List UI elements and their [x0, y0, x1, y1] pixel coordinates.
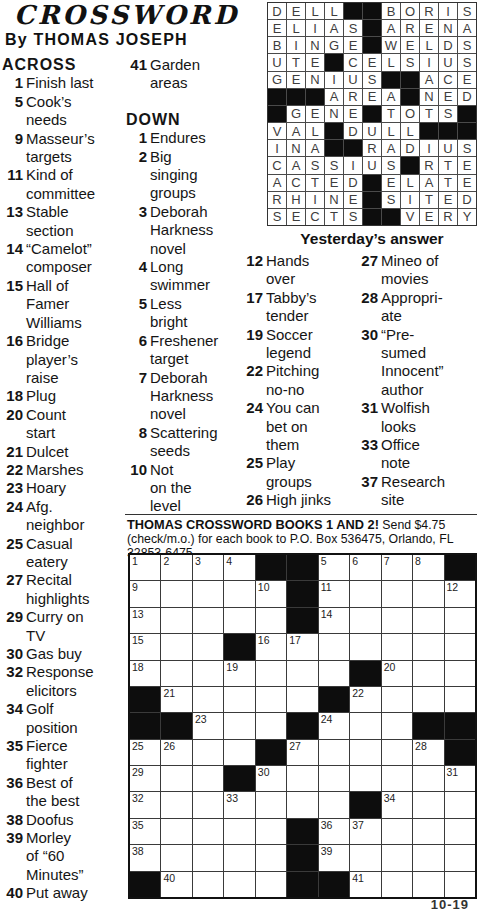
puzzle-cell[interactable]: [256, 819, 286, 844]
clue-across-34: 34Golf position: [2, 700, 124, 737]
answer-cell: U: [344, 72, 362, 88]
puzzle-cell[interactable]: [256, 713, 286, 738]
puzzle-cell[interactable]: [445, 661, 475, 686]
puzzle-cell[interactable]: 9: [130, 581, 160, 606]
clue-text: Cook’s needs: [26, 93, 72, 130]
answer-cell: N: [306, 72, 324, 88]
clue-number-label: 25: [242, 454, 263, 472]
answer-cell: A: [420, 72, 438, 88]
answer-black-cell: [401, 72, 419, 88]
puzzle-cell[interactable]: [350, 845, 380, 870]
puzzle-cell[interactable]: [256, 792, 286, 817]
puzzle-cell[interactable]: [350, 608, 380, 633]
puzzle-cell[interactable]: [224, 740, 254, 765]
clue-text: Hands over: [266, 252, 309, 289]
clue-number: 9: [132, 581, 138, 593]
answer-cell: A: [420, 175, 438, 191]
puzzle-cell[interactable]: [350, 766, 380, 791]
puzzle-cell[interactable]: 1: [130, 555, 160, 580]
puzzle-black-cell: [224, 766, 254, 791]
puzzle-cell[interactable]: [224, 713, 254, 738]
puzzle-cell[interactable]: 25: [130, 740, 160, 765]
date-label: 10-19: [431, 897, 469, 912]
puzzle-black-cell: [287, 555, 317, 580]
answer-cell: T: [420, 106, 438, 122]
puzzle-cell[interactable]: [319, 766, 349, 791]
puzzle-cell[interactable]: [161, 581, 191, 606]
clue-number: 4: [226, 555, 232, 567]
puzzle-cell[interactable]: 8: [413, 555, 443, 580]
puzzle-cell[interactable]: 20: [382, 661, 412, 686]
answer-cell: E: [439, 89, 457, 105]
answer-cell: C: [287, 175, 305, 191]
puzzle-cell[interactable]: 37: [350, 819, 380, 844]
clue-number: 29: [132, 766, 144, 778]
puzzle-cell[interactable]: [319, 661, 349, 686]
puzzle-black-cell: [287, 713, 317, 738]
answer-cell: B: [382, 3, 400, 19]
answer-cell: A: [306, 140, 324, 156]
clue-number: 26: [163, 740, 175, 752]
clue-text: Soccer legend: [266, 326, 313, 363]
clue-number-label: 22: [2, 461, 23, 479]
puzzle-cell[interactable]: [319, 792, 349, 817]
puzzle-cell[interactable]: 21: [161, 687, 191, 712]
clue-number: 19: [226, 661, 238, 673]
puzzle-black-cell: [287, 608, 317, 633]
puzzle-cell[interactable]: [193, 608, 223, 633]
clue-number: 2: [163, 555, 169, 567]
answer-cell: I: [420, 54, 438, 70]
puzzle-cell[interactable]: [382, 845, 412, 870]
puzzle-black-cell: [224, 634, 254, 659]
puzzle-cell[interactable]: [445, 872, 475, 897]
clue-text: Endures: [150, 129, 206, 147]
puzzle-cell[interactable]: [161, 845, 191, 870]
clue-text: Golf position: [26, 700, 78, 737]
puzzle-cell[interactable]: 22: [350, 687, 380, 712]
clue-across-24: 24Afg. neighbor: [2, 498, 124, 535]
puzzle-cell[interactable]: 26: [161, 740, 191, 765]
puzzle-cell[interactable]: [193, 661, 223, 686]
clue-number-label: 1: [2, 74, 23, 92]
clue-number-label: 5: [2, 93, 23, 111]
puzzle-cell[interactable]: [382, 740, 412, 765]
clue-number: 24: [321, 713, 333, 725]
puzzle-cell[interactable]: [193, 740, 223, 765]
answer-cell: A: [458, 20, 476, 36]
puzzle-cell[interactable]: [193, 687, 223, 712]
puzzle-cell[interactable]: 2: [161, 555, 191, 580]
clue-text: Put away: [26, 884, 88, 902]
clue-text: Plug: [26, 387, 56, 405]
answer-cell: D: [401, 140, 419, 156]
clue-across-36: 36Best of the best: [2, 774, 124, 811]
puzzle-cell[interactable]: [193, 792, 223, 817]
puzzle-cell[interactable]: [224, 687, 254, 712]
puzzle-cell[interactable]: [224, 845, 254, 870]
puzzle-black-cell: [161, 713, 191, 738]
clue-text: Hall of Famer Williams: [26, 277, 82, 332]
clue-text: “Camelot” composer: [26, 240, 92, 277]
puzzle-cell[interactable]: 18: [130, 661, 160, 686]
answer-cell: R: [420, 3, 438, 19]
puzzle-cell[interactable]: 40: [161, 872, 191, 897]
answer-cell: N: [439, 20, 457, 36]
clue-number-label: 34: [2, 700, 23, 718]
puzzle-cell[interactable]: [256, 845, 286, 870]
puzzle-cell[interactable]: 19: [224, 661, 254, 686]
puzzle-cell[interactable]: 13: [130, 608, 160, 633]
across-header: ACROSS: [2, 56, 124, 74]
answer-cell: D: [458, 192, 476, 208]
answer-cell: S: [439, 106, 457, 122]
answer-cell: C: [268, 157, 286, 173]
puzzle-cell[interactable]: 14: [319, 608, 349, 633]
answer-cell: C: [306, 209, 324, 225]
clue-text: Dulcet: [26, 443, 69, 461]
answer-cell: G: [287, 106, 305, 122]
puzzle-cell[interactable]: [193, 819, 223, 844]
answer-cell: G: [325, 37, 343, 53]
puzzle-cell[interactable]: [445, 819, 475, 844]
clue-text: Office note: [381, 436, 420, 473]
answer-cell: S: [458, 37, 476, 53]
puzzle-cell[interactable]: [224, 819, 254, 844]
clue-down-7: 7Deborah Harkness novel: [126, 369, 240, 424]
puzzle-cell[interactable]: [287, 766, 317, 791]
puzzle-cell[interactable]: 23: [193, 713, 223, 738]
answer-black-cell: [439, 123, 457, 139]
clue-text: Finish last: [26, 74, 94, 92]
answer-cell: S: [382, 192, 400, 208]
answer-black-cell: [420, 123, 438, 139]
answer-cell: L: [287, 20, 305, 36]
puzzle-cell[interactable]: 5: [319, 555, 349, 580]
clue-down-17: 17Tabby’s tender: [242, 289, 355, 326]
puzzle-cell[interactable]: [193, 581, 223, 606]
puzzle-cell[interactable]: 24: [319, 713, 349, 738]
answer-cell: U: [363, 123, 381, 139]
answer-cell: I: [420, 140, 438, 156]
clue-number-label: 29: [2, 608, 23, 626]
puzzle-cell[interactable]: [224, 608, 254, 633]
clue-number-label: 31: [357, 399, 378, 417]
puzzle-cell[interactable]: [161, 634, 191, 659]
clue-text: Stable section: [26, 203, 74, 240]
clue-number: 21: [163, 687, 175, 699]
puzzle-cell[interactable]: [193, 766, 223, 791]
puzzle-cell[interactable]: [287, 661, 317, 686]
answer-black-cell: [287, 89, 305, 105]
puzzle-cell[interactable]: 36: [319, 819, 349, 844]
answer-cell: E: [401, 37, 419, 53]
clue-number: 17: [289, 634, 301, 646]
clue-number-label: 35: [2, 737, 23, 755]
clue-number: 3: [195, 555, 201, 567]
clue-down-5: 5Less bright: [126, 295, 240, 332]
answer-cell: E: [363, 54, 381, 70]
clue-down-30: 30“Pre- sumed Innocent” author: [357, 326, 477, 400]
puzzle-cell[interactable]: [382, 581, 412, 606]
clue-number-label: 8: [126, 424, 147, 442]
puzzle-cell[interactable]: [161, 661, 191, 686]
answer-cell: S: [458, 140, 476, 156]
puzzle-cell[interactable]: 7: [382, 555, 412, 580]
puzzle-cell[interactable]: [193, 845, 223, 870]
clue-text: Marshes: [26, 461, 84, 479]
answer-cell: A: [382, 20, 400, 36]
clue-number-label: 30: [2, 645, 23, 663]
puzzle-cell[interactable]: [413, 661, 443, 686]
answer-cell: E: [458, 72, 476, 88]
puzzle-cell[interactable]: [287, 687, 317, 712]
puzzle-cell[interactable]: 28: [413, 740, 443, 765]
puzzle-cell[interactable]: [161, 792, 191, 817]
puzzle-cell[interactable]: 10: [256, 581, 286, 606]
puzzle-cell[interactable]: [413, 766, 443, 791]
puzzle-cell[interactable]: [413, 819, 443, 844]
puzzle-cell[interactable]: 41: [350, 872, 380, 897]
answer-cell: I: [344, 157, 362, 173]
promo-books-title: THOMAS CROSSWORD BOOKS 1 AND 2!: [127, 517, 379, 532]
puzzle-cell[interactable]: 39: [319, 845, 349, 870]
answer-cell: I: [325, 72, 343, 88]
clue-number: 31: [447, 766, 459, 778]
puzzle-black-cell: [319, 872, 349, 897]
clue-number-label: 23: [2, 479, 23, 497]
clue-number-label: 24: [2, 498, 23, 516]
clue-text: Tabby’s tender: [266, 289, 317, 326]
promo-line-1: THOMAS CROSSWORD BOOKS 1 AND 2! Send $4.…: [127, 518, 477, 533]
puzzle-cell[interactable]: 3: [193, 555, 223, 580]
puzzle-cell[interactable]: [445, 845, 475, 870]
puzzle-cell[interactable]: 38: [130, 845, 160, 870]
clue-text: Recital highlights: [26, 571, 89, 608]
answer-cell: I: [268, 140, 286, 156]
clue-number-label: 18: [2, 387, 23, 405]
puzzle-cell[interactable]: [382, 713, 412, 738]
answer-cell: E: [344, 192, 362, 208]
clue-number: 12: [447, 581, 459, 593]
answer-cell: S: [458, 3, 476, 19]
puzzle-cell[interactable]: [319, 634, 349, 659]
answer-cell: S: [344, 209, 362, 225]
puzzle-cell[interactable]: [224, 581, 254, 606]
answer-black-cell: [268, 106, 286, 122]
puzzle-black-cell: [445, 713, 475, 738]
puzzle-cell[interactable]: [287, 792, 317, 817]
answer-cell: A: [382, 140, 400, 156]
puzzle-cell[interactable]: [256, 687, 286, 712]
clue-across-9: 9Masseur’s targets: [2, 130, 124, 167]
puzzle-cell[interactable]: 35: [130, 819, 160, 844]
answer-cell: E: [306, 106, 324, 122]
puzzle-cell[interactable]: [413, 581, 443, 606]
puzzle-cell[interactable]: 12: [445, 581, 475, 606]
clue-number-label: 27: [357, 252, 378, 270]
clue-across-18: 18Plug: [2, 387, 124, 405]
puzzle-cell[interactable]: 16: [256, 634, 286, 659]
puzzle-black-cell: [287, 581, 317, 606]
puzzle-cell[interactable]: [445, 687, 475, 712]
answer-cell: A: [325, 20, 343, 36]
answer-black-cell: [325, 54, 343, 70]
clue-text: Appropri- ate: [381, 289, 443, 326]
answer-cell: A: [287, 123, 305, 139]
answer-black-cell: [325, 140, 343, 156]
puzzle-cell[interactable]: [161, 819, 191, 844]
puzzle-cell[interactable]: [350, 713, 380, 738]
puzzle-cell[interactable]: [413, 792, 443, 817]
clue-across-13: 13Stable section: [2, 203, 124, 240]
answer-cell: G: [268, 72, 286, 88]
clue-number-label: 17: [242, 289, 263, 307]
clue-down-31: 31Wolfish looks: [357, 399, 477, 436]
clue-number-label: 38: [2, 811, 23, 829]
answer-cell: U: [363, 157, 381, 173]
clue-text: Best of the best: [26, 774, 79, 811]
puzzle-cell[interactable]: [445, 608, 475, 633]
clue-across-39: 39Morley of “60 Minutes”: [2, 829, 124, 884]
answer-cell: L: [306, 3, 324, 19]
clue-text: Fierce fighter: [26, 737, 68, 774]
answer-cell: I: [287, 37, 305, 53]
clue-number-label: 13: [2, 203, 23, 221]
clue-number-label: 15: [2, 277, 23, 295]
clue-number-label: 36: [2, 774, 23, 792]
clue-number: 30: [258, 766, 270, 778]
byline: By THOMAS JOSEPH: [5, 31, 188, 49]
answer-cell: E: [458, 157, 476, 173]
puzzle-cell[interactable]: 33: [224, 792, 254, 817]
puzzle-cell[interactable]: 27: [287, 740, 317, 765]
answer-cell: D: [439, 37, 457, 53]
answer-black-cell: [344, 140, 362, 156]
answer-cell: I: [306, 20, 324, 36]
answer-cell: Y: [458, 209, 476, 225]
clue-number: 36: [321, 819, 333, 831]
puzzle-cell[interactable]: 32: [130, 792, 160, 817]
clue-across-20: 20Count start: [2, 406, 124, 443]
puzzle-cell[interactable]: 34: [382, 792, 412, 817]
clue-across-40: 40Put away: [2, 884, 124, 902]
puzzle-cell[interactable]: 29: [130, 766, 160, 791]
puzzle-cell[interactable]: [445, 634, 475, 659]
clue-down-27: 27Mineo of movies: [357, 252, 477, 289]
answer-black-cell: [458, 123, 476, 139]
puzzle-cell[interactable]: [319, 740, 349, 765]
clue-number: 10: [258, 581, 270, 593]
clue-down-26: 26High jinks: [242, 491, 355, 509]
answer-cell: A: [325, 89, 343, 105]
puzzle-cell[interactable]: [413, 872, 443, 897]
clue-down-2: 2Big singing groups: [126, 148, 240, 203]
puzzle-cell[interactable]: [256, 872, 286, 897]
clue-number-label: 28: [357, 289, 378, 307]
puzzle-cell[interactable]: 15: [130, 634, 160, 659]
answer-cell: E: [268, 20, 286, 36]
puzzle-cell[interactable]: [413, 845, 443, 870]
answer-cell: E: [439, 192, 457, 208]
puzzle-cell[interactable]: 31: [445, 766, 475, 791]
answer-cell: N: [420, 89, 438, 105]
clue-number: 14: [321, 608, 333, 620]
answer-cell: E: [382, 175, 400, 191]
clue-number-label: 22: [242, 362, 263, 380]
puzzle-cell[interactable]: [193, 872, 223, 897]
answer-cell: E: [344, 106, 362, 122]
answer-cell: D: [344, 123, 362, 139]
clue-down-25: 25Play groups: [242, 454, 355, 491]
clue-across-21: 21Dulcet: [2, 443, 124, 461]
puzzle-cell[interactable]: [161, 608, 191, 633]
answer-cell: L: [382, 123, 400, 139]
puzzle-cell[interactable]: [350, 581, 380, 606]
puzzle-cell[interactable]: 11: [319, 581, 349, 606]
puzzle-cell[interactable]: [382, 872, 412, 897]
answer-cell: C: [344, 54, 362, 70]
puzzle-cell[interactable]: [161, 766, 191, 791]
puzzle-cell[interactable]: [382, 766, 412, 791]
puzzle-cell[interactable]: [350, 634, 380, 659]
answer-cell: S: [325, 157, 343, 173]
answer-cell: V: [401, 209, 419, 225]
puzzle-cell[interactable]: [350, 740, 380, 765]
puzzle-cell[interactable]: 6: [350, 555, 380, 580]
answer-cell: E: [287, 209, 305, 225]
puzzle-black-cell: [130, 872, 160, 897]
answer-cell: E: [287, 3, 305, 19]
puzzle-cell[interactable]: [413, 608, 443, 633]
clue-across-1: 1Finish last: [2, 74, 124, 92]
answer-cell: E: [306, 54, 324, 70]
clue-down-37: 37Research site: [357, 473, 477, 510]
puzzle-cell[interactable]: 30: [256, 766, 286, 791]
clue-number: 11: [321, 581, 332, 593]
puzzle-cell[interactable]: [224, 872, 254, 897]
puzzle-cell[interactable]: [382, 687, 412, 712]
clue-text: Bridge player’s raise: [26, 332, 78, 387]
puzzle-cell[interactable]: [382, 634, 412, 659]
puzzle-cell[interactable]: [445, 792, 475, 817]
answer-cell: N: [306, 37, 324, 53]
yesterday-answer-caption: Yesterday’s answer: [267, 230, 477, 248]
answer-cell: N: [325, 192, 343, 208]
puzzle-cell[interactable]: [256, 608, 286, 633]
puzzle-cell[interactable]: 17: [287, 634, 317, 659]
answer-cell: O: [401, 3, 419, 19]
answer-cell: W: [382, 37, 400, 53]
clue-text: Not on the level: [150, 461, 192, 516]
answer-black-cell: [363, 192, 381, 208]
clue-number-label: 16: [2, 332, 23, 350]
clue-number: 33: [226, 792, 238, 804]
clue-across-22: 22Marshes: [2, 461, 124, 479]
puzzle-cell[interactable]: [413, 687, 443, 712]
answer-cell: R: [363, 140, 381, 156]
answer-cell: U: [439, 140, 457, 156]
puzzle-cell[interactable]: [193, 634, 223, 659]
puzzle-cell[interactable]: [413, 634, 443, 659]
clue-across-29: 29Curry on TV: [2, 608, 124, 645]
puzzle-cell[interactable]: [382, 608, 412, 633]
puzzle-cell[interactable]: 4: [224, 555, 254, 580]
answer-cell: T: [382, 106, 400, 122]
puzzle-cell[interactable]: [256, 661, 286, 686]
answer-black-cell: [401, 157, 419, 173]
puzzle-cell[interactable]: [382, 819, 412, 844]
